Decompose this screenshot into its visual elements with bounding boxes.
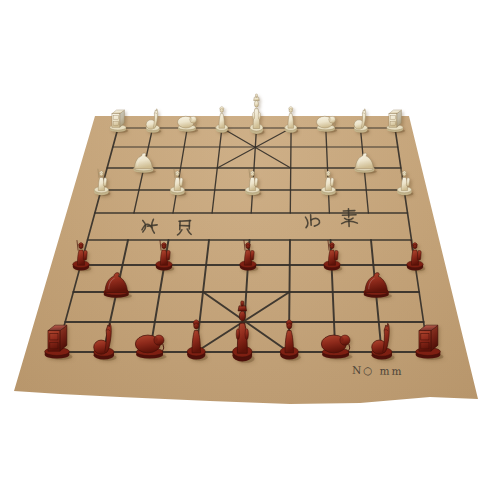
piece-ivory-horse-h10 <box>351 100 371 135</box>
piece-ivory-horse-b10 <box>143 100 163 135</box>
piece-red-advisor-d1 <box>183 307 210 363</box>
piece-ivory-soldier-i7 <box>394 160 415 198</box>
piece-ivory-chariot-a10 <box>106 102 130 134</box>
piece-red-king-e1 <box>228 298 257 366</box>
piece-ivory-soldier-e7 <box>242 160 263 198</box>
piece-ivory-elephant-c10 <box>174 103 200 134</box>
piece-red-cannon-h3 <box>358 260 394 300</box>
scene: N○ mm <box>0 0 500 500</box>
piece-red-horse-b1 <box>89 310 119 363</box>
piece-ivory-advisor-d10 <box>213 98 231 135</box>
piece-red-advisor-f1 <box>276 307 303 363</box>
piece-ivory-cannon-h8 <box>350 143 379 175</box>
piece-red-horse-h1 <box>367 310 397 363</box>
piece-ivory-soldier-g7 <box>318 160 339 198</box>
piece-ivory-chariot-i10 <box>383 102 407 134</box>
piece-red-chariot-i1 <box>410 313 446 362</box>
piece-ivory-soldier-a7 <box>91 160 112 198</box>
piece-red-elephant-g1 <box>316 315 355 362</box>
piece-red-elephant-c1 <box>130 315 169 362</box>
pieces-layer <box>0 0 500 500</box>
piece-ivory-soldier-c7 <box>167 160 188 198</box>
piece-red-soldier-g4 <box>320 230 344 273</box>
piece-ivory-elephant-g10 <box>313 103 339 134</box>
piece-red-soldier-i4 <box>403 230 427 273</box>
piece-red-soldier-c4 <box>152 230 176 273</box>
piece-red-soldier-e4 <box>236 230 260 273</box>
piece-ivory-cannon-b8 <box>129 143 158 175</box>
piece-red-cannon-b3 <box>98 260 134 300</box>
piece-red-soldier-a4 <box>69 230 93 273</box>
piece-ivory-king-e10 <box>247 92 266 137</box>
piece-ivory-advisor-f10 <box>282 98 300 135</box>
piece-red-chariot-a1 <box>39 313 75 362</box>
